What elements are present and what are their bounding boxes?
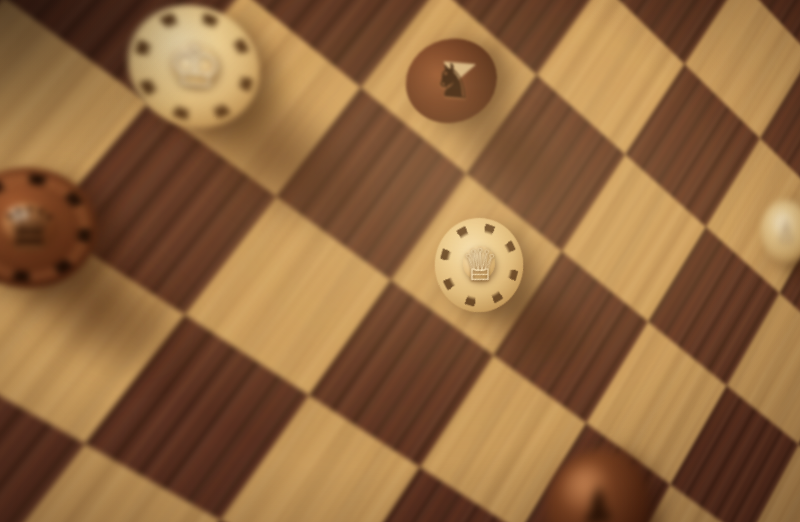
white-queen-glyph: ♕ — [461, 243, 498, 287]
piece-white-pawn-on-f7[interactable]: ♙ — [761, 199, 800, 262]
pieces-layer: ♔♕♙♞♛♟ — [0, 0, 800, 522]
white-pawn-glyph: ♙ — [777, 218, 796, 245]
black-queen-glyph: ♛ — [0, 199, 59, 257]
piece-black-pawn-on-f4[interactable]: ♟ — [545, 444, 648, 522]
piece-white-king-on-b5[interactable]: ♔ — [128, 0, 259, 131]
chess-board: ♔♕♙♞♛♟ — [0, 0, 800, 522]
piece-black-queen-on-a3[interactable]: ♛ — [0, 164, 98, 289]
piece-white-queen-on-d5[interactable]: ♕ — [435, 217, 523, 313]
white-king-glyph: ♔ — [167, 35, 223, 97]
piece-black-knight-on-c6[interactable]: ♞ — [404, 25, 499, 133]
black-pawn-glyph: ♟ — [579, 480, 618, 522]
black-knight-glyph: ♞ — [432, 55, 472, 105]
chessboard-photo-stage: ♔♕♙♞♛♟ — [0, 0, 800, 522]
